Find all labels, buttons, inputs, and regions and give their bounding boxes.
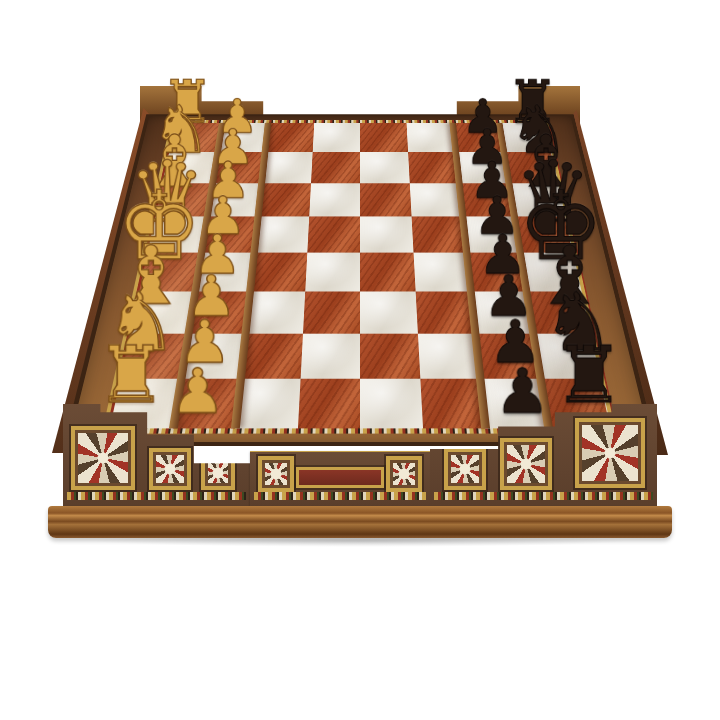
square-e5[interactable] bbox=[360, 253, 415, 292]
square-g6[interactable] bbox=[417, 333, 479, 379]
chess-set-photo: ♜♞♝♛♚♝♞♜♟♟♟♟♟♟♟♟♟♟♟♟♟♟♟♟♜♞♝♛♚♝♞♜ bbox=[0, 0, 720, 720]
square-g5[interactable] bbox=[360, 333, 420, 379]
square-d4[interactable] bbox=[307, 217, 360, 253]
mosaic-star-medallion bbox=[444, 448, 486, 490]
piece-white-rook[interactable]: ♜ bbox=[96, 338, 166, 412]
mosaic-star-medallion bbox=[575, 418, 645, 488]
square-h5[interactable] bbox=[360, 379, 423, 429]
mosaic-star-medallion bbox=[500, 438, 552, 490]
square-d5[interactable] bbox=[360, 217, 413, 253]
square-b4[interactable] bbox=[311, 152, 360, 183]
mosaic-star-medallion bbox=[149, 448, 191, 490]
square-a4[interactable] bbox=[312, 123, 360, 152]
square-a6[interactable] bbox=[406, 123, 455, 152]
mosaic-star-medallion bbox=[258, 456, 294, 492]
square-h4[interactable] bbox=[297, 379, 360, 429]
square-f3[interactable] bbox=[245, 291, 305, 333]
square-g4[interactable] bbox=[300, 333, 360, 379]
mosaic-star-medallion bbox=[386, 456, 422, 492]
square-b5[interactable] bbox=[360, 152, 409, 183]
micro-mosaic-band bbox=[254, 492, 426, 500]
square-d6[interactable] bbox=[411, 217, 466, 253]
perspective-stage: ♜♞♝♛♚♝♞♜♟♟♟♟♟♟♟♟♟♟♟♟♟♟♟♟♜♞♝♛♚♝♞♜ bbox=[0, 0, 720, 720]
micro-mosaic-band bbox=[434, 492, 653, 500]
base-plinth bbox=[48, 506, 672, 538]
square-h6[interactable] bbox=[420, 379, 485, 429]
square-f5[interactable] bbox=[360, 291, 417, 333]
square-g3[interactable] bbox=[240, 333, 302, 379]
square-a5[interactable] bbox=[360, 123, 408, 152]
piece-black-rook[interactable]: ♜ bbox=[554, 338, 624, 412]
square-c6[interactable] bbox=[409, 183, 462, 216]
square-c3[interactable] bbox=[258, 183, 311, 216]
square-d3[interactable] bbox=[254, 217, 309, 253]
board-top: ♜♞♝♛♚♝♞♜♟♟♟♟♟♟♟♟♟♟♟♟♟♟♟♟♜♞♝♛♚♝♞♜ bbox=[63, 114, 657, 446]
square-b6[interactable] bbox=[408, 152, 459, 183]
chessboard bbox=[102, 120, 619, 434]
mosaic-star-medallion bbox=[71, 426, 135, 490]
square-a3[interactable] bbox=[265, 123, 314, 152]
square-h3[interactable] bbox=[235, 379, 300, 429]
square-c4[interactable] bbox=[309, 183, 360, 216]
square-f6[interactable] bbox=[415, 291, 475, 333]
square-e6[interactable] bbox=[413, 253, 470, 292]
front-panel-center bbox=[250, 452, 430, 506]
square-c5[interactable] bbox=[360, 183, 411, 216]
rosewood-inlay-bar bbox=[296, 467, 384, 488]
square-f4[interactable] bbox=[303, 291, 360, 333]
square-e3[interactable] bbox=[250, 253, 307, 292]
square-e4[interactable] bbox=[305, 253, 360, 292]
micro-mosaic-band bbox=[67, 492, 246, 500]
square-b3[interactable] bbox=[261, 152, 312, 183]
